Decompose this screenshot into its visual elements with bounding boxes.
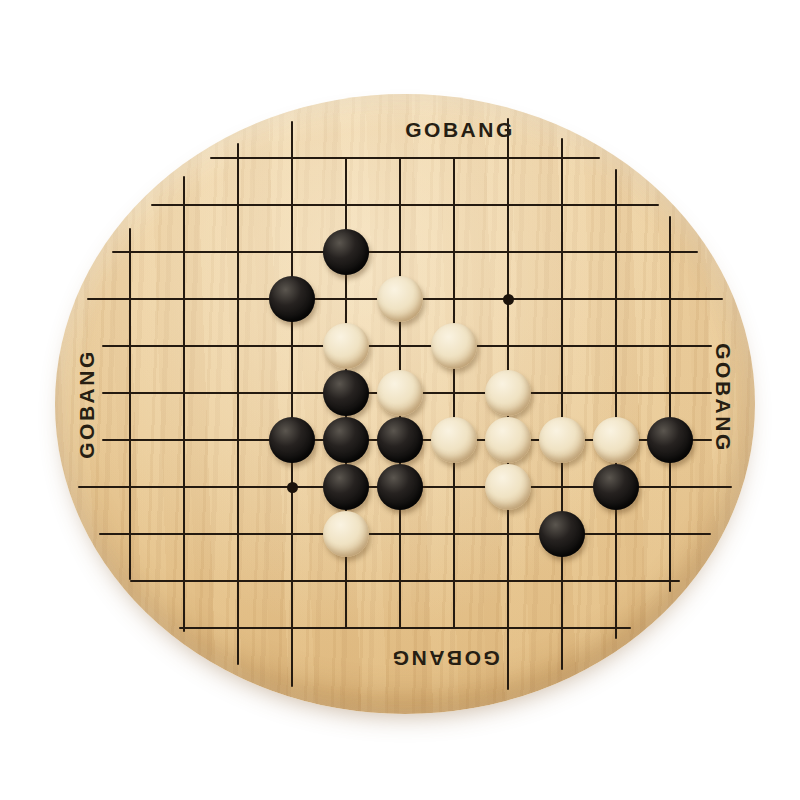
stone-black[interactable] (269, 417, 315, 463)
board-cell (481, 370, 535, 417)
board-cell (373, 370, 427, 417)
board-cell (319, 417, 373, 464)
stone-black[interactable] (323, 370, 369, 416)
board-cell (319, 370, 373, 417)
stone-white[interactable] (593, 417, 639, 463)
board-cell (535, 511, 589, 558)
stone-white[interactable] (377, 276, 423, 322)
board-label-right: GOBANG (711, 343, 735, 453)
stone-white[interactable] (539, 417, 585, 463)
board-cell (589, 417, 643, 464)
board-label-left: GOBANG (75, 349, 99, 459)
stone-black[interactable] (269, 276, 315, 322)
board-cell (481, 464, 535, 511)
board-cell (535, 417, 589, 464)
board-cell (373, 276, 427, 323)
board-cell (481, 417, 535, 464)
stones-grid (103, 135, 697, 652)
stone-black[interactable] (377, 417, 423, 463)
stone-white[interactable] (485, 464, 531, 510)
board-cell (589, 464, 643, 511)
board-cell (265, 276, 319, 323)
stone-black[interactable] (377, 464, 423, 510)
board-cell (427, 417, 481, 464)
board-cell (319, 511, 373, 558)
stone-white[interactable] (377, 370, 423, 416)
board-cell (643, 417, 697, 464)
stone-white[interactable] (431, 417, 477, 463)
stone-black[interactable] (323, 417, 369, 463)
board-cell (265, 417, 319, 464)
stone-white[interactable] (485, 417, 531, 463)
stone-black[interactable] (323, 229, 369, 275)
board-cell (319, 229, 373, 276)
stone-white[interactable] (431, 323, 477, 369)
stone-white[interactable] (323, 323, 369, 369)
board-cell (319, 464, 373, 511)
board-cell (373, 464, 427, 511)
stone-white[interactable] (485, 370, 531, 416)
board-cell (427, 323, 481, 370)
board-cell (319, 323, 373, 370)
stone-black[interactable] (593, 464, 639, 510)
stone-black[interactable] (323, 464, 369, 510)
stone-black[interactable] (539, 511, 585, 557)
stone-white[interactable] (323, 511, 369, 557)
stone-black[interactable] (647, 417, 693, 463)
board-cell (373, 417, 427, 464)
board-label-bottom: GOBANG (390, 646, 500, 670)
board-label-top: GOBANG (405, 118, 515, 142)
screenshot-stage: GOBANG GOBANG GOBANG GOBANG (0, 0, 800, 800)
board: GOBANG GOBANG GOBANG GOBANG (55, 94, 755, 714)
